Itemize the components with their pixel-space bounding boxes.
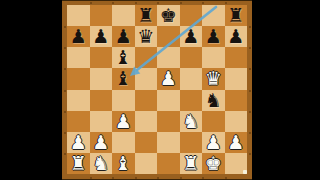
square-a6[interactable] bbox=[67, 47, 90, 68]
square-f2[interactable] bbox=[180, 132, 203, 153]
frame-tick bbox=[64, 153, 66, 155]
square-a7[interactable]: ♟ bbox=[67, 26, 90, 47]
square-g3[interactable] bbox=[202, 111, 225, 132]
piece-bP-f7: ♟ bbox=[182, 27, 199, 46]
square-d8[interactable]: ♜ bbox=[135, 5, 158, 26]
square-g2[interactable]: ♟ bbox=[202, 132, 225, 153]
frame-tick bbox=[90, 177, 92, 179]
frame-tick bbox=[112, 2, 114, 4]
piece-bK-e8: ♚ bbox=[160, 6, 177, 25]
piece-bP-b7: ♟ bbox=[92, 27, 109, 46]
square-a4[interactable] bbox=[67, 90, 90, 111]
letterbox-left bbox=[0, 0, 62, 180]
frame-tick bbox=[64, 68, 66, 70]
square-a2[interactable]: ♟ bbox=[67, 132, 90, 153]
frame-tick bbox=[112, 177, 114, 179]
square-e2[interactable] bbox=[157, 132, 180, 153]
square-h4[interactable] bbox=[225, 90, 248, 111]
square-d5[interactable] bbox=[135, 68, 158, 89]
square-b8[interactable] bbox=[90, 5, 113, 26]
square-a8[interactable] bbox=[67, 5, 90, 26]
frame-tick bbox=[249, 153, 251, 155]
square-f8[interactable] bbox=[180, 5, 203, 26]
piece-bP-c7: ♟ bbox=[115, 27, 132, 46]
square-c3[interactable]: ♟ bbox=[112, 111, 135, 132]
frame-tick bbox=[180, 2, 182, 4]
square-d3[interactable] bbox=[135, 111, 158, 132]
frame-tick bbox=[249, 68, 251, 70]
frame-tick bbox=[202, 2, 204, 4]
frame-tick bbox=[135, 177, 137, 179]
square-g7[interactable]: ♟ bbox=[202, 26, 225, 47]
piece-wP-a2: ♟ bbox=[70, 133, 87, 152]
frame-tick bbox=[249, 26, 251, 28]
piece-wP-b2: ♟ bbox=[92, 133, 109, 152]
piece-bP-h7: ♟ bbox=[227, 27, 244, 46]
square-b5[interactable] bbox=[90, 68, 113, 89]
square-f1[interactable]: ♜ bbox=[180, 153, 203, 174]
piece-wP-e5: ♟ bbox=[160, 69, 177, 88]
frame-tick bbox=[157, 177, 159, 179]
square-g6[interactable] bbox=[202, 47, 225, 68]
square-b3[interactable] bbox=[90, 111, 113, 132]
square-h7[interactable]: ♟ bbox=[225, 26, 248, 47]
piece-bB-c6: ♝ bbox=[115, 48, 132, 67]
piece-wR-f1: ♜ bbox=[182, 154, 199, 173]
frame-tick bbox=[90, 2, 92, 4]
square-f5[interactable] bbox=[180, 68, 203, 89]
piece-bP-a7: ♟ bbox=[70, 27, 87, 46]
piece-wN-f3: ♞ bbox=[182, 112, 199, 131]
piece-wP-g2: ♟ bbox=[205, 133, 222, 152]
square-c5[interactable]: ♝ bbox=[112, 68, 135, 89]
square-f3[interactable]: ♞ bbox=[180, 111, 203, 132]
square-a1[interactable]: ♜ bbox=[67, 153, 90, 174]
square-e3[interactable] bbox=[157, 111, 180, 132]
square-e1[interactable] bbox=[157, 153, 180, 174]
board-corner-dot bbox=[243, 170, 247, 174]
frame-tick bbox=[180, 177, 182, 179]
square-b7[interactable]: ♟ bbox=[90, 26, 113, 47]
chess-board: ♜♚♜♟♟♟♛♟♟♟♝♝♟♛♞♟♞♟♟♟♟♜♞♝♜♚ bbox=[67, 5, 247, 174]
letterbox-right bbox=[252, 0, 320, 180]
square-h8[interactable]: ♜ bbox=[225, 5, 248, 26]
square-d4[interactable] bbox=[135, 90, 158, 111]
square-c1[interactable]: ♝ bbox=[112, 153, 135, 174]
square-e8[interactable]: ♚ bbox=[157, 5, 180, 26]
piece-bB-c5: ♝ bbox=[115, 69, 132, 88]
square-c2[interactable] bbox=[112, 132, 135, 153]
square-c4[interactable] bbox=[112, 90, 135, 111]
square-g4[interactable]: ♞ bbox=[202, 90, 225, 111]
square-g8[interactable] bbox=[202, 5, 225, 26]
square-f7[interactable]: ♟ bbox=[180, 26, 203, 47]
frame-tick bbox=[249, 90, 251, 92]
frame-tick bbox=[64, 26, 66, 28]
frame-tick bbox=[64, 111, 66, 113]
frame-tick bbox=[64, 132, 66, 134]
frame-tick bbox=[157, 2, 159, 4]
piece-bR-h8: ♜ bbox=[227, 6, 244, 25]
frame-tick bbox=[202, 177, 204, 179]
piece-bN-g4: ♞ bbox=[205, 91, 222, 110]
frame-tick bbox=[249, 111, 251, 113]
square-f6[interactable] bbox=[180, 47, 203, 68]
square-c8[interactable] bbox=[112, 5, 135, 26]
frame-tick bbox=[225, 177, 227, 179]
square-e6[interactable] bbox=[157, 47, 180, 68]
piece-bP-g7: ♟ bbox=[205, 27, 222, 46]
square-h3[interactable] bbox=[225, 111, 248, 132]
frame-tick bbox=[225, 2, 227, 4]
square-h5[interactable] bbox=[225, 68, 248, 89]
square-d6[interactable] bbox=[135, 47, 158, 68]
piece-wP-h2: ♟ bbox=[227, 133, 244, 152]
frame-tick bbox=[64, 90, 66, 92]
square-e7[interactable] bbox=[157, 26, 180, 47]
square-d7[interactable]: ♛ bbox=[135, 26, 158, 47]
square-h2[interactable]: ♟ bbox=[225, 132, 248, 153]
square-g5[interactable]: ♛ bbox=[202, 68, 225, 89]
square-e5[interactable]: ♟ bbox=[157, 68, 180, 89]
frame-tick bbox=[249, 132, 251, 134]
square-e4[interactable] bbox=[157, 90, 180, 111]
square-f4[interactable] bbox=[180, 90, 203, 111]
square-c6[interactable]: ♝ bbox=[112, 47, 135, 68]
square-c7[interactable]: ♟ bbox=[112, 26, 135, 47]
chess-board-frame: ♜♚♜♟♟♟♛♟♟♟♝♝♟♛♞♟♞♟♟♟♟♜♞♝♜♚ bbox=[62, 0, 252, 180]
square-b6[interactable] bbox=[90, 47, 113, 68]
square-d2[interactable] bbox=[135, 132, 158, 153]
frame-tick bbox=[64, 47, 66, 49]
square-a3[interactable] bbox=[67, 111, 90, 132]
piece-wP-c3: ♟ bbox=[115, 112, 132, 131]
square-a5[interactable] bbox=[67, 68, 90, 89]
piece-bR-d8: ♜ bbox=[137, 6, 154, 25]
frame-tick bbox=[249, 47, 251, 49]
square-b2[interactable]: ♟ bbox=[90, 132, 113, 153]
frame-tick bbox=[135, 2, 137, 4]
square-h6[interactable] bbox=[225, 47, 248, 68]
piece-wR-a1: ♜ bbox=[70, 154, 87, 173]
square-b4[interactable] bbox=[90, 90, 113, 111]
piece-wN-b1: ♞ bbox=[92, 154, 109, 173]
square-g1[interactable]: ♚ bbox=[202, 153, 225, 174]
piece-bQ-d7: ♛ bbox=[137, 27, 154, 46]
piece-wQ-g5: ♛ bbox=[205, 69, 222, 88]
square-d1[interactable] bbox=[135, 153, 158, 174]
square-b1[interactable]: ♞ bbox=[90, 153, 113, 174]
piece-wK-g1: ♚ bbox=[205, 154, 222, 173]
piece-wB-c1: ♝ bbox=[115, 154, 132, 173]
chess-app-screenshot: ♜♚♜♟♟♟♛♟♟♟♝♝♟♛♞♟♞♟♟♟♟♜♞♝♜♚ bbox=[0, 0, 320, 180]
